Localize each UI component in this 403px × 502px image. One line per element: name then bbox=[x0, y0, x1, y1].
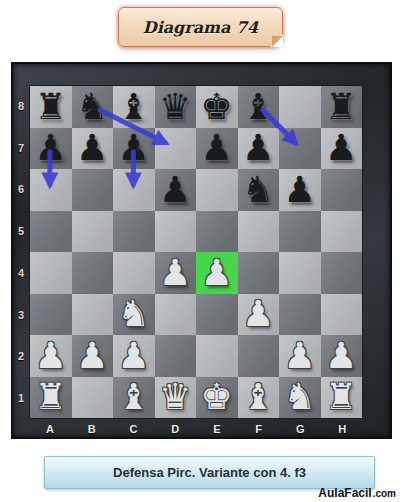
square-h3 bbox=[321, 294, 363, 336]
square-b1 bbox=[72, 377, 114, 419]
white-knight-c3: ♞ bbox=[118, 296, 150, 332]
file-label-h: H bbox=[321, 420, 363, 437]
white-pawn-g2: ♟ bbox=[284, 338, 316, 374]
file-label-a: A bbox=[29, 420, 71, 437]
square-g6: ♟ bbox=[279, 169, 321, 211]
square-b8: ♞ bbox=[72, 86, 114, 128]
black-knight-f6: ♞ bbox=[242, 172, 274, 208]
square-h4 bbox=[321, 252, 363, 294]
rank-label-4: 4 bbox=[13, 252, 29, 294]
square-a5 bbox=[30, 211, 72, 253]
square-c5 bbox=[113, 211, 155, 253]
square-f7: ♟ bbox=[238, 128, 280, 170]
diagram-title-banner: Diagrama 74 bbox=[118, 7, 283, 47]
rank-label-7: 7 bbox=[13, 127, 29, 169]
square-e4: ♟ bbox=[196, 252, 238, 294]
file-label-b: B bbox=[71, 420, 113, 437]
square-a3 bbox=[30, 294, 72, 336]
square-c7: ♟ bbox=[113, 128, 155, 170]
white-king-e1: ♚ bbox=[201, 379, 233, 415]
white-pawn-d4: ♟ bbox=[159, 255, 191, 291]
caption-text: Defensa Pirc. Variante con 4. f3 bbox=[113, 465, 306, 480]
square-g3 bbox=[279, 294, 321, 336]
square-f3: ♟ bbox=[238, 294, 280, 336]
rank-labels: 87654321 bbox=[13, 85, 29, 419]
square-f1: ♝ bbox=[238, 377, 280, 419]
square-h1: ♜ bbox=[321, 377, 363, 419]
square-f6: ♞ bbox=[238, 169, 280, 211]
file-label-c: C bbox=[113, 420, 155, 437]
square-a8: ♜ bbox=[30, 86, 72, 128]
square-g4 bbox=[279, 252, 321, 294]
square-c8: ♝ bbox=[113, 86, 155, 128]
square-e1: ♚ bbox=[196, 377, 238, 419]
white-bishop-c1: ♝ bbox=[118, 379, 150, 415]
file-label-f: F bbox=[238, 420, 280, 437]
white-pawn-h2: ♟ bbox=[325, 338, 357, 374]
rank-label-1: 1 bbox=[13, 377, 29, 419]
chess-board: 87654321 ♜♞♝♛♚♝♜♟♟♟♟♟♟♟♞♟♟♟♞♟♟♟♟♟♟♜♝♛♚♝♞… bbox=[11, 62, 392, 439]
white-bishop-f1: ♝ bbox=[242, 379, 274, 415]
square-h2: ♟ bbox=[321, 335, 363, 377]
watermark-brand: AulaFacil bbox=[318, 486, 371, 500]
square-b6 bbox=[72, 169, 114, 211]
black-pawn-e7: ♟ bbox=[201, 130, 233, 166]
square-a2: ♟ bbox=[30, 335, 72, 377]
square-b2: ♟ bbox=[72, 335, 114, 377]
black-pawn-a7: ♟ bbox=[35, 130, 67, 166]
square-b5 bbox=[72, 211, 114, 253]
square-c6 bbox=[113, 169, 155, 211]
square-c4 bbox=[113, 252, 155, 294]
rank-label-6: 6 bbox=[13, 169, 29, 211]
square-b7: ♟ bbox=[72, 128, 114, 170]
black-rook-h8: ♜ bbox=[325, 89, 357, 125]
square-e3 bbox=[196, 294, 238, 336]
black-bishop-c8: ♝ bbox=[118, 89, 150, 125]
square-e7: ♟ bbox=[196, 128, 238, 170]
square-d7 bbox=[155, 128, 197, 170]
square-a7: ♟ bbox=[30, 128, 72, 170]
square-a1: ♜ bbox=[30, 377, 72, 419]
square-g5 bbox=[279, 211, 321, 253]
white-pawn-a2: ♟ bbox=[35, 338, 67, 374]
file-labels: ABCDEFGH bbox=[29, 420, 363, 437]
white-rook-a1: ♜ bbox=[35, 379, 67, 415]
file-label-e: E bbox=[196, 420, 238, 437]
watermark-suffix: .com bbox=[373, 488, 396, 499]
square-h8: ♜ bbox=[321, 86, 363, 128]
square-h7: ♟ bbox=[321, 128, 363, 170]
square-d2 bbox=[155, 335, 197, 377]
rank-label-5: 5 bbox=[13, 210, 29, 252]
file-label-d: D bbox=[154, 420, 196, 437]
square-f5 bbox=[238, 211, 280, 253]
black-pawn-g6: ♟ bbox=[284, 172, 316, 208]
square-b4 bbox=[72, 252, 114, 294]
white-pawn-f3: ♟ bbox=[242, 296, 274, 332]
black-pawn-c7: ♟ bbox=[118, 130, 150, 166]
white-queen-d1: ♛ bbox=[159, 379, 191, 415]
square-e8: ♚ bbox=[196, 86, 238, 128]
square-f4 bbox=[238, 252, 280, 294]
rank-label-8: 8 bbox=[13, 85, 29, 127]
black-bishop-f8: ♝ bbox=[242, 89, 274, 125]
square-f8: ♝ bbox=[238, 86, 280, 128]
board-squares: ♜♞♝♛♚♝♜♟♟♟♟♟♟♟♞♟♟♟♞♟♟♟♟♟♟♜♝♛♚♝♞♜ bbox=[29, 85, 363, 419]
square-d4: ♟ bbox=[155, 252, 197, 294]
rank-label-3: 3 bbox=[13, 294, 29, 336]
square-c3: ♞ bbox=[113, 294, 155, 336]
caption-box: Defensa Pirc. Variante con 4. f3 bbox=[44, 456, 375, 489]
square-e6 bbox=[196, 169, 238, 211]
black-knight-b8: ♞ bbox=[76, 89, 108, 125]
black-pawn-d6: ♟ bbox=[159, 172, 191, 208]
watermark: AulaFacil .com bbox=[318, 486, 396, 500]
white-knight-g1: ♞ bbox=[284, 379, 316, 415]
square-h6 bbox=[321, 169, 363, 211]
white-pawn-b2: ♟ bbox=[76, 338, 108, 374]
square-f2 bbox=[238, 335, 280, 377]
square-b3 bbox=[72, 294, 114, 336]
square-g2: ♟ bbox=[279, 335, 321, 377]
square-d6: ♟ bbox=[155, 169, 197, 211]
square-g7 bbox=[279, 128, 321, 170]
black-king-e8: ♚ bbox=[201, 89, 233, 125]
page: Diagrama 74 87654321 ♜♞♝♛♚♝♜♟♟♟♟♟♟♟♞♟♟♟♞… bbox=[0, 0, 403, 502]
square-d5 bbox=[155, 211, 197, 253]
square-g8 bbox=[279, 86, 321, 128]
file-label-g: G bbox=[280, 420, 322, 437]
square-g1: ♞ bbox=[279, 377, 321, 419]
white-pawn-c2: ♟ bbox=[118, 338, 150, 374]
white-pawn-e4: ♟ bbox=[201, 255, 233, 291]
black-queen-d8: ♛ bbox=[159, 89, 191, 125]
square-d1: ♛ bbox=[155, 377, 197, 419]
square-e5 bbox=[196, 211, 238, 253]
square-h5 bbox=[321, 211, 363, 253]
black-pawn-h7: ♟ bbox=[325, 130, 357, 166]
white-rook-h1: ♜ bbox=[325, 379, 357, 415]
black-pawn-b7: ♟ bbox=[76, 130, 108, 166]
square-a4 bbox=[30, 252, 72, 294]
black-rook-a8: ♜ bbox=[35, 89, 67, 125]
black-pawn-f7: ♟ bbox=[242, 130, 274, 166]
square-e2 bbox=[196, 335, 238, 377]
square-d3 bbox=[155, 294, 197, 336]
rank-label-2: 2 bbox=[13, 336, 29, 378]
square-a6 bbox=[30, 169, 72, 211]
square-c2: ♟ bbox=[113, 335, 155, 377]
banner-fold-shadow bbox=[272, 36, 283, 47]
square-c1: ♝ bbox=[113, 377, 155, 419]
diagram-title: Diagrama 74 bbox=[143, 18, 258, 37]
square-d8: ♛ bbox=[155, 86, 197, 128]
